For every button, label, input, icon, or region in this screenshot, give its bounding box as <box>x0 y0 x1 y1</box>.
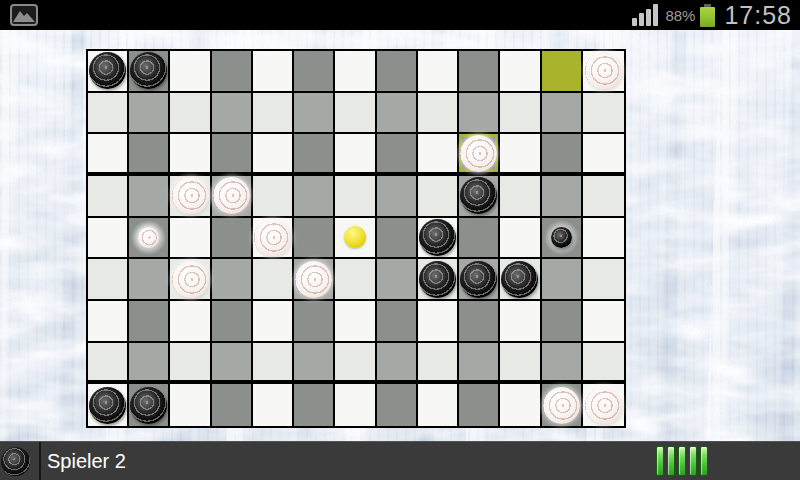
board-cell-r9c13[interactable] <box>583 384 624 426</box>
board-cell-r3c13[interactable] <box>583 134 624 176</box>
battery-percent: 88% <box>665 7 695 24</box>
highlighted-move-cell[interactable] <box>542 51 583 93</box>
white-checker-in-goal[interactable] <box>138 227 159 248</box>
board-cell-r4c11[interactable] <box>500 176 541 218</box>
battery-body <box>700 7 715 27</box>
board-cell-r3c5[interactable] <box>253 134 294 176</box>
board-cell-r6c13[interactable] <box>583 259 624 301</box>
board-cell-r7c11[interactable] <box>500 301 541 343</box>
board-cell-r2c13[interactable] <box>583 93 624 135</box>
board-cell-r9c9[interactable] <box>418 384 459 426</box>
board-cell-r2c11[interactable] <box>500 93 541 135</box>
strength-bar <box>678 446 686 476</box>
board-cell-r3c7[interactable] <box>335 134 376 176</box>
board-cell-r5c11[interactable] <box>500 218 541 260</box>
board-cell-r1c4[interactable] <box>212 51 253 93</box>
board-cell-r8c9[interactable] <box>418 343 459 385</box>
board-cell-r1c5[interactable] <box>253 51 294 93</box>
board-cell-r9c2[interactable] <box>129 384 170 426</box>
board-cell-r1c7[interactable] <box>335 51 376 93</box>
board-cell-r2c3[interactable] <box>170 93 211 135</box>
board-cell-r2c10[interactable] <box>459 93 500 135</box>
black-checker[interactable] <box>89 387 126 424</box>
board-cell-r1c1[interactable] <box>88 51 129 93</box>
board-cell-r6c8[interactable] <box>377 259 418 301</box>
board-cell-r5c3[interactable] <box>170 218 211 260</box>
board-cell-r4c4[interactable] <box>212 176 253 218</box>
board-cell-r6c1[interactable] <box>88 259 129 301</box>
board-cell-r8c4[interactable] <box>212 343 253 385</box>
board-cell-r5c10[interactable] <box>459 218 500 260</box>
board-cell-r3c2[interactable] <box>129 134 170 176</box>
black-checker[interactable] <box>419 219 456 256</box>
phone-screen: 88% 17:58 <box>0 0 800 480</box>
strength-bar <box>667 446 675 476</box>
board-cell-r9c4[interactable] <box>212 384 253 426</box>
player-turn-label: Spieler 2 <box>47 450 126 473</box>
board-cell-r5c7[interactable] <box>335 218 376 260</box>
board-cell-r3c4[interactable] <box>212 134 253 176</box>
board-cell-r4c6[interactable] <box>294 176 335 218</box>
board-cell-r5c1[interactable] <box>88 218 129 260</box>
white-checker[interactable] <box>172 177 209 214</box>
board-cell-r7c7[interactable] <box>335 301 376 343</box>
black-checker-icon <box>1 447 30 476</box>
white-checker[interactable] <box>172 261 209 298</box>
black-checker[interactable] <box>130 387 167 424</box>
board-cell-r6c4[interactable] <box>212 259 253 301</box>
strength-bar <box>656 446 664 476</box>
board-cell-r7c3[interactable] <box>170 301 211 343</box>
board-cell-r1c6[interactable] <box>294 51 335 93</box>
game-board[interactable] <box>86 49 626 428</box>
white-checker[interactable] <box>295 261 332 298</box>
board-cell-r8c2[interactable] <box>129 343 170 385</box>
board-cell-r1c11[interactable] <box>500 51 541 93</box>
mountain-glyph <box>12 6 36 24</box>
board-cell-r8c7[interactable] <box>335 343 376 385</box>
board-cell-r6c5[interactable] <box>253 259 294 301</box>
board-cell-r8c11[interactable] <box>500 343 541 385</box>
board-cell-r3c10[interactable] <box>459 134 500 176</box>
board-cell-r8c3[interactable] <box>170 343 211 385</box>
board-cell-r1c8[interactable] <box>377 51 418 93</box>
board-cell-r7c4[interactable] <box>212 301 253 343</box>
black-checker[interactable] <box>419 261 456 298</box>
black-checker-in-goal[interactable] <box>551 227 572 248</box>
board-cell-r7c10[interactable] <box>459 301 500 343</box>
turn-bar: Spieler 2 <box>0 441 800 480</box>
board-cell-r9c3[interactable] <box>170 384 211 426</box>
board-cell-r7c1[interactable] <box>88 301 129 343</box>
black-checker[interactable] <box>130 52 167 89</box>
board-cell-r8c13[interactable] <box>583 343 624 385</box>
board-cell-r3c12[interactable] <box>542 134 583 176</box>
board-cell-r8c1[interactable] <box>88 343 129 385</box>
board-cell-r9c5[interactable] <box>253 384 294 426</box>
board-cell-r2c9[interactable] <box>418 93 459 135</box>
battery-icon <box>700 7 715 27</box>
white-checker[interactable] <box>585 52 622 89</box>
board-cell-r2c6[interactable] <box>294 93 335 135</box>
board-cell-r9c8[interactable] <box>377 384 418 426</box>
board-cell-r8c12[interactable] <box>542 343 583 385</box>
board-cell-r3c3[interactable] <box>170 134 211 176</box>
board-cell-r8c10[interactable] <box>459 343 500 385</box>
black-checker[interactable] <box>460 177 497 214</box>
board-cell-r7c8[interactable] <box>377 301 418 343</box>
yellow-ball[interactable] <box>344 226 366 248</box>
white-checker[interactable] <box>585 387 622 424</box>
board-cell-r4c3[interactable] <box>170 176 211 218</box>
board-cell-r6c7[interactable] <box>335 259 376 301</box>
board-cell-r3c6[interactable] <box>294 134 335 176</box>
board-cell-r9c11[interactable] <box>500 384 541 426</box>
board-cell-r1c9[interactable] <box>418 51 459 93</box>
white-checker[interactable] <box>543 387 580 424</box>
board-cell-r8c5[interactable] <box>253 343 294 385</box>
gallery-icon[interactable] <box>10 4 38 26</box>
board-cell-r2c12[interactable] <box>542 93 583 135</box>
board-cell-r9c12[interactable] <box>542 384 583 426</box>
board-cell-r2c1[interactable] <box>88 93 129 135</box>
board-cell-r5c2[interactable] <box>129 218 170 260</box>
board-cell-r1c13[interactable] <box>583 51 624 93</box>
board-cell-r4c2[interactable] <box>129 176 170 218</box>
board-cell-r5c12[interactable] <box>542 218 583 260</box>
board-cell-r4c7[interactable] <box>335 176 376 218</box>
board-cell-r7c2[interactable] <box>129 301 170 343</box>
board-cell-r7c6[interactable] <box>294 301 335 343</box>
black-checker[interactable] <box>460 261 497 298</box>
status-bar: 88% 17:58 <box>0 0 800 30</box>
board-cell-r4c12[interactable] <box>542 176 583 218</box>
board-cell-r9c1[interactable] <box>88 384 129 426</box>
board-cell-r4c8[interactable] <box>377 176 418 218</box>
signal-icon <box>632 4 658 26</box>
board-cell-r3c11[interactable] <box>500 134 541 176</box>
board-cell-r4c13[interactable] <box>583 176 624 218</box>
board-cell-r6c2[interactable] <box>129 259 170 301</box>
board-cell-r2c4[interactable] <box>212 93 253 135</box>
board-cell-r6c9[interactable] <box>418 259 459 301</box>
board-cell-r4c10[interactable] <box>459 176 500 218</box>
clock: 17:58 <box>724 1 792 30</box>
board-cell-r2c7[interactable] <box>335 93 376 135</box>
board-cell-r8c6[interactable] <box>294 343 335 385</box>
white-checker[interactable] <box>254 219 291 256</box>
board-cell-r3c9[interactable] <box>418 134 459 176</box>
strength-bars <box>656 446 708 476</box>
black-checker[interactable] <box>501 261 538 298</box>
board-cell-r4c5[interactable] <box>253 176 294 218</box>
board-cell-r6c3[interactable] <box>170 259 211 301</box>
board-cell-r9c7[interactable] <box>335 384 376 426</box>
board-cell-r1c10[interactable] <box>459 51 500 93</box>
board-cell-r5c5[interactable] <box>253 218 294 260</box>
divider <box>39 442 41 480</box>
strength-bar <box>700 446 708 476</box>
board-cell-r7c12[interactable] <box>542 301 583 343</box>
playfield <box>0 30 800 441</box>
board-cell-r5c8[interactable] <box>377 218 418 260</box>
board-cell-r2c5[interactable] <box>253 93 294 135</box>
board-cell-r8c8[interactable] <box>377 343 418 385</box>
board-cell-r7c13[interactable] <box>583 301 624 343</box>
board-cell-r1c2[interactable] <box>129 51 170 93</box>
board-cell-r3c8[interactable] <box>377 134 418 176</box>
board-cell-r6c12[interactable] <box>542 259 583 301</box>
board-cell-r9c10[interactable] <box>459 384 500 426</box>
status-right-cluster: 88% 17:58 <box>632 0 792 30</box>
board-cell-r3c1[interactable] <box>88 134 129 176</box>
board-cell-r6c10[interactable] <box>459 259 500 301</box>
selected-white-checker[interactable] <box>460 135 497 172</box>
board-cell-r2c8[interactable] <box>377 93 418 135</box>
board-cell-r7c5[interactable] <box>253 301 294 343</box>
board-cell-r2c2[interactable] <box>129 93 170 135</box>
white-checker[interactable] <box>213 177 250 214</box>
black-checker[interactable] <box>89 52 126 89</box>
board-cell-r5c9[interactable] <box>418 218 459 260</box>
board-cell-r9c6[interactable] <box>294 384 335 426</box>
board-cell-r5c6[interactable] <box>294 218 335 260</box>
board-cell-r1c3[interactable] <box>170 51 211 93</box>
board-cell-r5c4[interactable] <box>212 218 253 260</box>
board-cell-r4c9[interactable] <box>418 176 459 218</box>
board-cell-r4c1[interactable] <box>88 176 129 218</box>
board-cell-r7c9[interactable] <box>418 301 459 343</box>
board-cell-r6c6[interactable] <box>294 259 335 301</box>
board-cell-r6c11[interactable] <box>500 259 541 301</box>
board-cell-r5c13[interactable] <box>583 218 624 260</box>
strength-bar <box>689 446 697 476</box>
